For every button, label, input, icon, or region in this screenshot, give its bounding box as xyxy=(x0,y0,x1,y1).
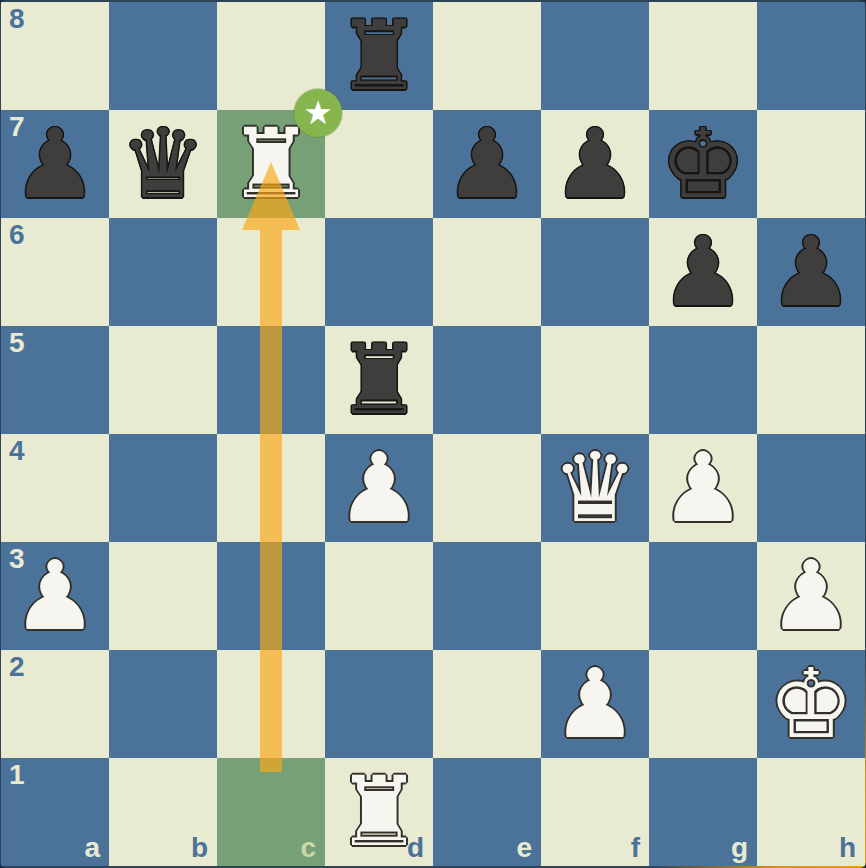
square-e2[interactable] xyxy=(433,650,541,758)
white-king[interactable]: ♚ xyxy=(757,650,865,758)
square-e7[interactable]: ♟ xyxy=(433,110,541,218)
rank-label-1: 1 xyxy=(9,761,25,789)
square-c6[interactable] xyxy=(217,218,325,326)
square-f4[interactable]: ♛ xyxy=(541,434,649,542)
square-b3[interactable] xyxy=(109,542,217,650)
file-label-c: c xyxy=(300,834,316,862)
square-e6[interactable] xyxy=(433,218,541,326)
square-c2[interactable] xyxy=(217,650,325,758)
square-e4[interactable] xyxy=(433,434,541,542)
white-pawn[interactable]: ♟ xyxy=(757,542,865,650)
rank-label-6: 6 xyxy=(9,221,25,249)
square-a7[interactable]: 7♟ xyxy=(1,110,109,218)
black-rook[interactable]: ♜ xyxy=(325,2,433,110)
white-pawn[interactable]: ♟ xyxy=(325,434,433,542)
square-b2[interactable] xyxy=(109,650,217,758)
square-d3[interactable] xyxy=(325,542,433,650)
star-icon: ★ xyxy=(303,96,333,129)
square-d6[interactable] xyxy=(325,218,433,326)
square-g8[interactable] xyxy=(649,2,757,110)
square-e8[interactable] xyxy=(433,2,541,110)
square-c1[interactable]: c xyxy=(217,758,325,866)
square-g1[interactable]: g xyxy=(649,758,757,866)
square-a4[interactable]: 4 xyxy=(1,434,109,542)
square-f1[interactable]: f xyxy=(541,758,649,866)
square-b7[interactable]: ♛ xyxy=(109,110,217,218)
square-f5[interactable] xyxy=(541,326,649,434)
black-pawn[interactable]: ♟ xyxy=(1,110,109,218)
square-c4[interactable] xyxy=(217,434,325,542)
square-b6[interactable] xyxy=(109,218,217,326)
square-h2[interactable]: ♚ xyxy=(757,650,865,758)
square-c5[interactable] xyxy=(217,326,325,434)
square-d4[interactable]: ♟ xyxy=(325,434,433,542)
chess-board-frame: 8♜7♟♛♜♟♟♚6♟♟5♜4♟♛♟3♟♟2♟♚1abcd♜efgh ★ xyxy=(0,0,866,868)
square-f8[interactable] xyxy=(541,2,649,110)
square-a5[interactable]: 5 xyxy=(1,326,109,434)
square-g3[interactable] xyxy=(649,542,757,650)
square-e1[interactable]: e xyxy=(433,758,541,866)
file-label-e: e xyxy=(516,834,532,862)
square-b4[interactable] xyxy=(109,434,217,542)
square-b8[interactable] xyxy=(109,2,217,110)
black-pawn[interactable]: ♟ xyxy=(433,110,541,218)
black-pawn[interactable]: ♟ xyxy=(649,218,757,326)
rank-label-8: 8 xyxy=(9,5,25,33)
square-b1[interactable]: b xyxy=(109,758,217,866)
square-f6[interactable] xyxy=(541,218,649,326)
rank-label-2: 2 xyxy=(9,653,25,681)
square-h3[interactable]: ♟ xyxy=(757,542,865,650)
square-a3[interactable]: 3♟ xyxy=(1,542,109,650)
square-f3[interactable] xyxy=(541,542,649,650)
square-h1[interactable]: h xyxy=(757,758,865,866)
square-h6[interactable]: ♟ xyxy=(757,218,865,326)
file-label-b: b xyxy=(191,834,208,862)
square-h5[interactable] xyxy=(757,326,865,434)
square-a1[interactable]: 1a xyxy=(1,758,109,866)
square-d2[interactable] xyxy=(325,650,433,758)
square-g7[interactable]: ♚ xyxy=(649,110,757,218)
square-d8[interactable]: ♜ xyxy=(325,2,433,110)
square-h4[interactable] xyxy=(757,434,865,542)
square-f2[interactable]: ♟ xyxy=(541,650,649,758)
white-pawn[interactable]: ♟ xyxy=(1,542,109,650)
file-label-f: f xyxy=(631,834,640,862)
square-a2[interactable]: 2 xyxy=(1,650,109,758)
square-e3[interactable] xyxy=(433,542,541,650)
square-g5[interactable] xyxy=(649,326,757,434)
square-a6[interactable]: 6 xyxy=(1,218,109,326)
white-queen[interactable]: ♛ xyxy=(541,434,649,542)
black-rook[interactable]: ♜ xyxy=(325,326,433,434)
white-pawn[interactable]: ♟ xyxy=(649,434,757,542)
chess-board: 8♜7♟♛♜♟♟♚6♟♟5♜4♟♛♟3♟♟2♟♚1abcd♜efgh xyxy=(1,2,865,866)
square-h8[interactable] xyxy=(757,2,865,110)
rank-label-5: 5 xyxy=(9,329,25,357)
square-e5[interactable] xyxy=(433,326,541,434)
black-pawn[interactable]: ♟ xyxy=(757,218,865,326)
square-g2[interactable] xyxy=(649,650,757,758)
white-rook[interactable]: ♜ xyxy=(325,758,433,866)
best-move-badge: ★ xyxy=(294,89,342,137)
square-h7[interactable] xyxy=(757,110,865,218)
rank-label-4: 4 xyxy=(9,437,25,465)
file-label-h: h xyxy=(839,834,856,862)
square-g6[interactable]: ♟ xyxy=(649,218,757,326)
square-b5[interactable] xyxy=(109,326,217,434)
file-label-g: g xyxy=(731,834,748,862)
square-d5[interactable]: ♜ xyxy=(325,326,433,434)
white-pawn[interactable]: ♟ xyxy=(541,650,649,758)
square-d1[interactable]: d♜ xyxy=(325,758,433,866)
square-d7[interactable] xyxy=(325,110,433,218)
file-label-a: a xyxy=(84,834,100,862)
square-g4[interactable]: ♟ xyxy=(649,434,757,542)
black-queen[interactable]: ♛ xyxy=(109,110,217,218)
square-f7[interactable]: ♟ xyxy=(541,110,649,218)
black-pawn[interactable]: ♟ xyxy=(541,110,649,218)
square-c3[interactable] xyxy=(217,542,325,650)
square-a8[interactable]: 8 xyxy=(1,2,109,110)
black-king[interactable]: ♚ xyxy=(649,110,757,218)
